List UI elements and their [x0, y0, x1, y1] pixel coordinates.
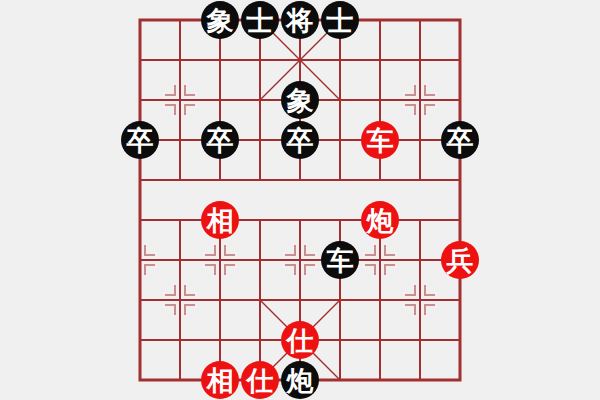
- piece-red-elephant[interactable]: 相: [201, 201, 239, 239]
- piece-black-chariot[interactable]: 车: [321, 241, 359, 279]
- piece-black-soldier[interactable]: 卒: [281, 121, 319, 159]
- piece-black-elephant[interactable]: 象: [201, 1, 239, 39]
- piece-black-advisor[interactable]: 士: [241, 1, 279, 39]
- piece-black-elephant[interactable]: 象: [281, 81, 319, 119]
- piece-black-advisor[interactable]: 士: [321, 1, 359, 39]
- piece-red-advisor[interactable]: 仕: [281, 321, 319, 359]
- piece-black-soldier[interactable]: 卒: [201, 121, 239, 159]
- piece-red-cannon[interactable]: 炮: [361, 201, 399, 239]
- xiangqi-board-screen: 象士将士象卒卒卒车卒相炮车兵仕相仕炮: [0, 0, 600, 400]
- piece-red-chariot[interactable]: 车: [361, 121, 399, 159]
- piece-grid[interactable]: 象士将士象卒卒卒车卒相炮车兵仕相仕炮: [120, 0, 480, 400]
- piece-black-soldier[interactable]: 卒: [441, 121, 479, 159]
- piece-red-soldier[interactable]: 兵: [441, 241, 479, 279]
- piece-black-soldier[interactable]: 卒: [121, 121, 159, 159]
- piece-red-advisor[interactable]: 仕: [241, 361, 279, 399]
- piece-black-king[interactable]: 将: [281, 1, 319, 39]
- piece-red-elephant[interactable]: 相: [201, 361, 239, 399]
- piece-black-cannon[interactable]: 炮: [281, 361, 319, 399]
